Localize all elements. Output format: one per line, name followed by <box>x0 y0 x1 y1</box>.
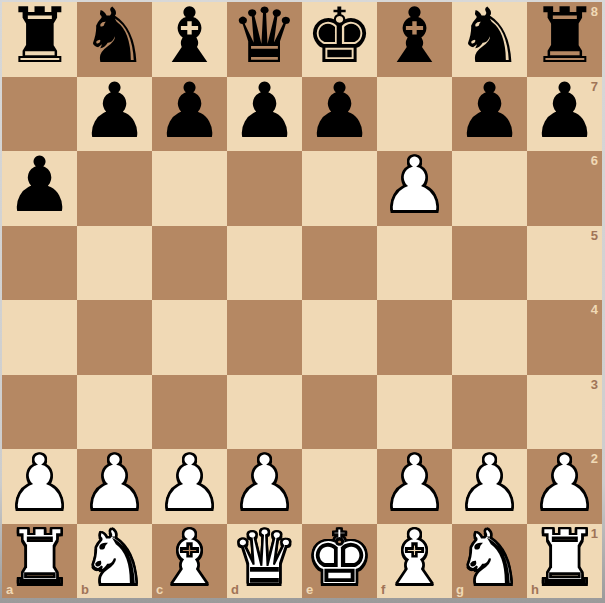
square-c7[interactable]: ♟ <box>152 77 227 152</box>
square-f4[interactable] <box>377 300 452 375</box>
square-d7[interactable]: ♟ <box>227 77 302 152</box>
square-e6[interactable] <box>302 151 377 226</box>
white-pawn[interactable]: ♟ <box>80 446 148 520</box>
square-c6[interactable] <box>152 151 227 226</box>
square-e5[interactable] <box>302 226 377 301</box>
square-d1[interactable]: ♛d <box>227 524 302 599</box>
white-pawn[interactable]: ♟ <box>530 446 598 520</box>
white-pawn[interactable]: ♟ <box>455 446 523 520</box>
square-a1[interactable]: ♜a <box>2 524 77 599</box>
file-label-b: b <box>81 583 89 596</box>
square-f1[interactable]: ♝f <box>377 524 452 599</box>
rank-label-8: 8 <box>591 5 598 18</box>
white-bishop[interactable]: ♝ <box>380 521 448 595</box>
square-f8[interactable]: ♝ <box>377 2 452 77</box>
file-label-h: h <box>531 583 539 596</box>
black-rook[interactable]: ♜ <box>530 0 598 73</box>
chess-board: ♜♞♝♛♚♝♞♜8♟♟♟♟♟♟7♟♟6543♟♟♟♟♟♟♟2♜a♞b♝c♛d♚e… <box>2 2 602 598</box>
square-d4[interactable] <box>227 300 302 375</box>
square-a6[interactable]: ♟ <box>2 151 77 226</box>
white-pawn[interactable]: ♟ <box>380 148 448 222</box>
white-rook[interactable]: ♜ <box>530 521 598 595</box>
square-g5[interactable] <box>452 226 527 301</box>
file-label-e: e <box>306 583 313 596</box>
rank-label-5: 5 <box>591 229 598 242</box>
square-e7[interactable]: ♟ <box>302 77 377 152</box>
square-h6[interactable]: 6 <box>527 151 602 226</box>
square-b5[interactable] <box>77 226 152 301</box>
rank-label-3: 3 <box>591 378 598 391</box>
white-pawn[interactable]: ♟ <box>380 446 448 520</box>
square-c1[interactable]: ♝c <box>152 524 227 599</box>
black-pawn[interactable]: ♟ <box>455 74 523 148</box>
rank-label-2: 2 <box>591 452 598 465</box>
black-pawn[interactable]: ♟ <box>80 74 148 148</box>
square-g4[interactable] <box>452 300 527 375</box>
black-rook[interactable]: ♜ <box>5 0 73 73</box>
rank-label-1: 1 <box>591 527 598 540</box>
black-pawn[interactable]: ♟ <box>5 148 73 222</box>
square-h1[interactable]: ♜1h <box>527 524 602 599</box>
square-b6[interactable] <box>77 151 152 226</box>
square-e1[interactable]: ♚e <box>302 524 377 599</box>
square-b1[interactable]: ♞b <box>77 524 152 599</box>
black-queen[interactable]: ♛ <box>230 0 298 73</box>
black-pawn[interactable]: ♟ <box>530 74 598 148</box>
rank-label-4: 4 <box>591 303 598 316</box>
white-queen[interactable]: ♛ <box>230 521 298 595</box>
square-f5[interactable] <box>377 226 452 301</box>
white-pawn[interactable]: ♟ <box>155 446 223 520</box>
black-pawn[interactable]: ♟ <box>230 74 298 148</box>
square-e3[interactable] <box>302 375 377 450</box>
square-a8[interactable]: ♜ <box>2 2 77 77</box>
black-knight[interactable]: ♞ <box>455 0 523 73</box>
black-pawn[interactable]: ♟ <box>305 74 373 148</box>
white-bishop[interactable]: ♝ <box>155 521 223 595</box>
square-b7[interactable]: ♟ <box>77 77 152 152</box>
white-pawn[interactable]: ♟ <box>230 446 298 520</box>
board-frame: ♜♞♝♛♚♝♞♜8♟♟♟♟♟♟7♟♟6543♟♟♟♟♟♟♟2♜a♞b♝c♛d♚e… <box>0 0 605 603</box>
square-c5[interactable] <box>152 226 227 301</box>
square-g7[interactable]: ♟ <box>452 77 527 152</box>
file-label-d: d <box>231 583 239 596</box>
square-h5[interactable]: 5 <box>527 226 602 301</box>
square-f6[interactable]: ♟ <box>377 151 452 226</box>
white-knight[interactable]: ♞ <box>455 521 523 595</box>
square-e4[interactable] <box>302 300 377 375</box>
black-pawn[interactable]: ♟ <box>155 74 223 148</box>
square-a4[interactable] <box>2 300 77 375</box>
square-a5[interactable] <box>2 226 77 301</box>
square-d5[interactable] <box>227 226 302 301</box>
white-knight[interactable]: ♞ <box>80 521 148 595</box>
square-g1[interactable]: ♞g <box>452 524 527 599</box>
square-h4[interactable]: 4 <box>527 300 602 375</box>
black-bishop[interactable]: ♝ <box>380 0 448 73</box>
file-label-g: g <box>456 583 464 596</box>
rank-label-7: 7 <box>591 80 598 93</box>
file-label-f: f <box>381 583 385 596</box>
square-d6[interactable] <box>227 151 302 226</box>
square-h7[interactable]: ♟7 <box>527 77 602 152</box>
file-label-c: c <box>156 583 163 596</box>
white-pawn[interactable]: ♟ <box>5 446 73 520</box>
square-g6[interactable] <box>452 151 527 226</box>
square-c4[interactable] <box>152 300 227 375</box>
white-rook[interactable]: ♜ <box>5 521 73 595</box>
black-king[interactable]: ♚ <box>305 0 373 73</box>
black-bishop[interactable]: ♝ <box>155 0 223 73</box>
file-label-a: a <box>6 583 13 596</box>
white-king[interactable]: ♚ <box>305 521 373 595</box>
square-b4[interactable] <box>77 300 152 375</box>
rank-label-6: 6 <box>591 154 598 167</box>
black-knight[interactable]: ♞ <box>80 0 148 73</box>
